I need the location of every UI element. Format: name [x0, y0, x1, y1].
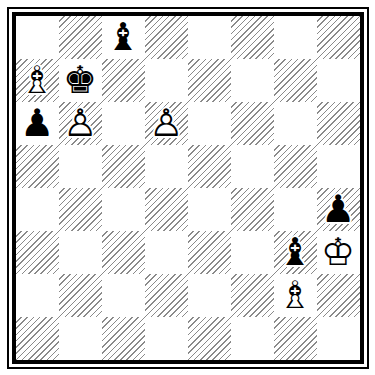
square-f6[interactable]: [231, 102, 274, 145]
square-f8[interactable]: [231, 16, 274, 59]
square-h4[interactable]: ♟♟: [317, 188, 360, 231]
chess-diagram: ♝♝♝♗♚♚♟♟♟♙♟♙♟♟♝♝♚♔♝♗: [0, 0, 375, 375]
square-g1[interactable]: [274, 317, 317, 360]
square-f4[interactable]: [231, 188, 274, 231]
square-e6[interactable]: [188, 102, 231, 145]
square-b6[interactable]: ♟♙: [59, 102, 102, 145]
square-c5[interactable]: [102, 145, 145, 188]
board-inner-frame: ♝♝♝♗♚♚♟♟♟♙♟♙♟♟♝♝♚♔♝♗: [12, 12, 364, 364]
chess-board: ♝♝♝♗♚♚♟♟♟♙♟♙♟♟♝♝♚♔♝♗: [16, 16, 360, 360]
square-e8[interactable]: [188, 16, 231, 59]
black-king-icon: ♚: [59, 59, 102, 102]
square-f3[interactable]: [231, 231, 274, 274]
square-g2[interactable]: ♝♗: [274, 274, 317, 317]
square-b4[interactable]: [59, 188, 102, 231]
square-d3[interactable]: [145, 231, 188, 274]
square-c6[interactable]: [102, 102, 145, 145]
square-c8[interactable]: ♝♝: [102, 16, 145, 59]
square-d7[interactable]: [145, 59, 188, 102]
square-f7[interactable]: [231, 59, 274, 102]
square-g5[interactable]: [274, 145, 317, 188]
square-b5[interactable]: [59, 145, 102, 188]
square-d1[interactable]: [145, 317, 188, 360]
square-h7[interactable]: [317, 59, 360, 102]
square-d6[interactable]: ♟♙: [145, 102, 188, 145]
black-bishop-icon: ♝: [102, 16, 145, 59]
white-pawn-icon: ♙: [59, 102, 102, 145]
square-b8[interactable]: [59, 16, 102, 59]
black-bishop-icon: ♝: [274, 231, 317, 274]
square-e7[interactable]: [188, 59, 231, 102]
white-bishop-icon: ♗: [16, 59, 59, 102]
white-king-icon: ♔: [317, 231, 360, 274]
square-d5[interactable]: [145, 145, 188, 188]
square-h5[interactable]: [317, 145, 360, 188]
square-h1[interactable]: [317, 317, 360, 360]
square-e5[interactable]: [188, 145, 231, 188]
square-f1[interactable]: [231, 317, 274, 360]
square-e3[interactable]: [188, 231, 231, 274]
square-a5[interactable]: [16, 145, 59, 188]
white-pawn-icon: ♙: [145, 102, 188, 145]
square-a8[interactable]: [16, 16, 59, 59]
square-g8[interactable]: [274, 16, 317, 59]
square-e4[interactable]: [188, 188, 231, 231]
square-a1[interactable]: [16, 317, 59, 360]
square-h6[interactable]: [317, 102, 360, 145]
square-g7[interactable]: [274, 59, 317, 102]
square-d8[interactable]: [145, 16, 188, 59]
square-f2[interactable]: [231, 274, 274, 317]
square-e2[interactable]: [188, 274, 231, 317]
square-b3[interactable]: [59, 231, 102, 274]
square-d4[interactable]: [145, 188, 188, 231]
square-c3[interactable]: [102, 231, 145, 274]
black-pawn-icon: ♟: [16, 102, 59, 145]
square-a7[interactable]: ♝♗: [16, 59, 59, 102]
square-a6[interactable]: ♟♟: [16, 102, 59, 145]
square-b2[interactable]: [59, 274, 102, 317]
square-g3[interactable]: ♝♝: [274, 231, 317, 274]
square-d2[interactable]: [145, 274, 188, 317]
square-h2[interactable]: [317, 274, 360, 317]
black-pawn-icon: ♟: [317, 188, 360, 231]
square-b7[interactable]: ♚♚: [59, 59, 102, 102]
square-g4[interactable]: [274, 188, 317, 231]
white-bishop-icon: ♗: [274, 274, 317, 317]
square-a4[interactable]: [16, 188, 59, 231]
square-c4[interactable]: [102, 188, 145, 231]
square-a3[interactable]: [16, 231, 59, 274]
square-b1[interactable]: [59, 317, 102, 360]
square-c2[interactable]: [102, 274, 145, 317]
square-g6[interactable]: [274, 102, 317, 145]
square-e1[interactable]: [188, 317, 231, 360]
square-h8[interactable]: [317, 16, 360, 59]
square-f5[interactable]: [231, 145, 274, 188]
square-h3[interactable]: ♚♔: [317, 231, 360, 274]
square-c7[interactable]: [102, 59, 145, 102]
square-a2[interactable]: [16, 274, 59, 317]
square-c1[interactable]: [102, 317, 145, 360]
board-outer-frame: ♝♝♝♗♚♚♟♟♟♙♟♙♟♟♝♝♚♔♝♗: [7, 7, 369, 369]
